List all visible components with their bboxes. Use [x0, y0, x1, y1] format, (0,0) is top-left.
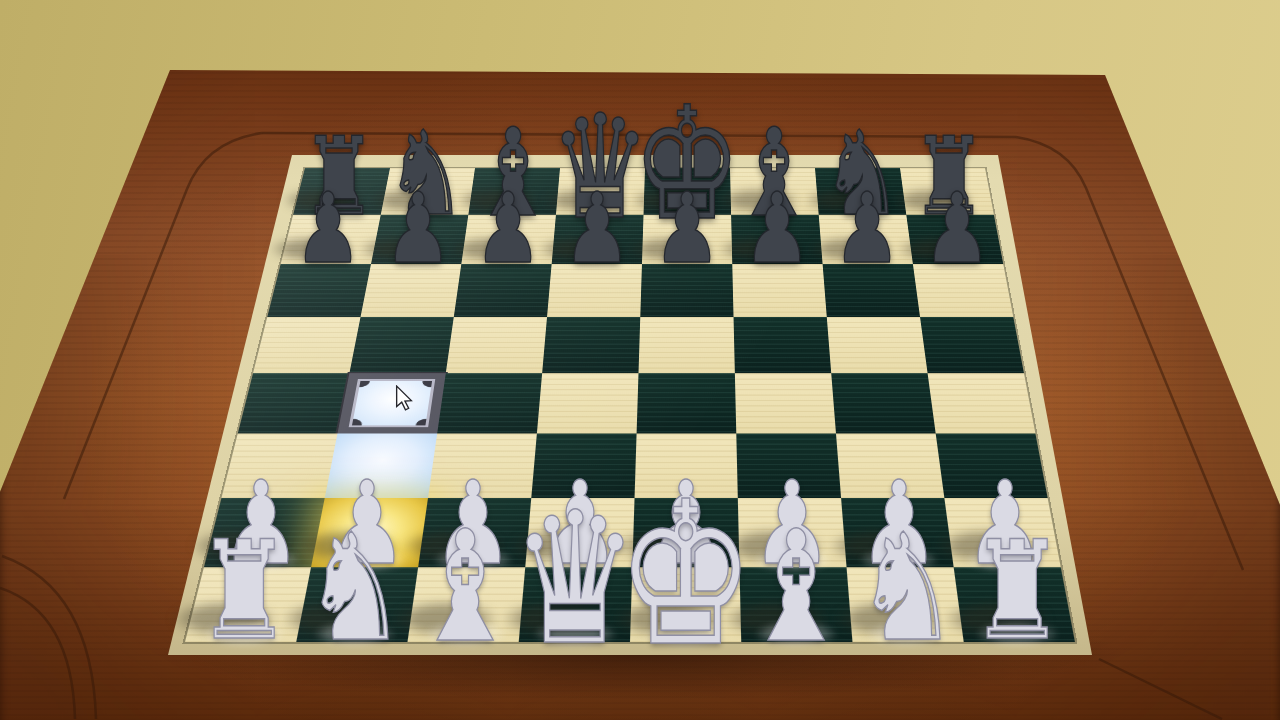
square-e1[interactable] — [630, 567, 741, 642]
square-g6[interactable] — [823, 264, 920, 317]
square-f5[interactable] — [734, 317, 832, 373]
square-b8[interactable] — [381, 168, 475, 215]
square-e2[interactable] — [632, 498, 739, 567]
square-c4[interactable] — [437, 373, 542, 433]
square-f6[interactable] — [732, 264, 826, 317]
square-b5[interactable] — [349, 317, 453, 373]
square-g8[interactable] — [815, 168, 906, 215]
square-e3[interactable] — [635, 433, 738, 498]
square-d7[interactable] — [552, 215, 644, 265]
square-e7[interactable] — [642, 215, 732, 265]
square-h6[interactable] — [913, 264, 1013, 317]
square-f2[interactable] — [738, 498, 847, 567]
square-b2[interactable] — [311, 498, 428, 567]
square-d5[interactable] — [542, 317, 640, 373]
mouse-cursor — [393, 385, 415, 411]
square-a7[interactable] — [281, 215, 381, 265]
square-c3[interactable] — [428, 433, 537, 498]
square-b6[interactable] — [361, 264, 462, 317]
square-e8[interactable] — [644, 168, 732, 215]
square-g4[interactable] — [831, 373, 935, 433]
square-h2[interactable] — [944, 498, 1060, 567]
square-a5[interactable] — [253, 317, 361, 373]
square-b4[interactable] — [337, 373, 445, 433]
square-h7[interactable] — [906, 215, 1003, 265]
square-g7[interactable] — [819, 215, 913, 265]
square-d3[interactable] — [531, 433, 636, 498]
square-c5[interactable] — [446, 317, 547, 373]
scene: ♜♞♝♛♚♝♞♜♟♟♟♟♟♟♟♟♟♟♟♟♟♟♟♟♜♞♝♛♚♝♞♜ — [0, 0, 1280, 720]
square-f4[interactable] — [735, 373, 836, 433]
square-d6[interactable] — [547, 264, 642, 317]
square-f7[interactable] — [731, 215, 823, 265]
square-c8[interactable] — [468, 168, 560, 215]
square-h5[interactable] — [920, 317, 1024, 373]
square-d4[interactable] — [537, 373, 639, 433]
square-d1[interactable] — [519, 567, 633, 642]
square-e5[interactable] — [638, 317, 734, 373]
square-c6[interactable] — [454, 264, 552, 317]
square-f3[interactable] — [736, 433, 841, 498]
square-b7[interactable] — [371, 215, 468, 265]
square-h4[interactable] — [928, 373, 1036, 433]
square-d2[interactable] — [525, 498, 634, 567]
square-g5[interactable] — [827, 317, 928, 373]
square-c2[interactable] — [418, 498, 531, 567]
square-g3[interactable] — [836, 433, 944, 498]
square-f1[interactable] — [739, 567, 852, 642]
chess-board[interactable] — [185, 168, 1075, 642]
square-b3[interactable] — [325, 433, 437, 498]
square-d8[interactable] — [556, 168, 645, 215]
square-c1[interactable] — [407, 567, 525, 642]
square-b1[interactable] — [296, 567, 418, 642]
square-a2[interactable] — [204, 498, 325, 567]
square-e6[interactable] — [640, 264, 733, 317]
square-e4[interactable] — [637, 373, 737, 433]
square-a1[interactable] — [185, 567, 311, 642]
square-a8[interactable] — [293, 168, 390, 215]
square-f8[interactable] — [730, 168, 819, 215]
square-a3[interactable] — [221, 433, 337, 498]
square-h3[interactable] — [936, 433, 1048, 498]
square-c7[interactable] — [461, 215, 556, 265]
square-a4[interactable] — [238, 373, 350, 433]
square-g2[interactable] — [841, 498, 954, 567]
square-g1[interactable] — [847, 567, 964, 642]
square-a6[interactable] — [267, 264, 371, 317]
square-h8[interactable] — [900, 168, 994, 215]
square-h1[interactable] — [954, 567, 1075, 642]
